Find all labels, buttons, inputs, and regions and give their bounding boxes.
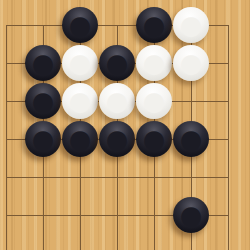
white-stone[interactable]: ● [62,45,98,81]
white-stone[interactable]: ● [173,45,209,81]
black-stone[interactable]: ● [25,83,61,119]
grid-line-vertical [6,25,7,250]
white-stone[interactable]: ● [173,7,209,43]
black-stone[interactable]: ● [62,121,98,157]
black-stone[interactable]: ● [136,7,172,43]
grid-line-horizontal [6,177,229,178]
black-stone[interactable]: ● [136,121,172,157]
black-stone[interactable]: ● [25,121,61,157]
black-stone[interactable]: ● [99,45,135,81]
grid-line-vertical [228,25,229,250]
white-stone[interactable]: ● [62,83,98,119]
white-stone[interactable]: ● [136,83,172,119]
black-stone[interactable]: ● [99,121,135,157]
black-stone[interactable]: ● [173,197,209,233]
go-board[interactable]: ●●●●●●●●●●●●●●●●●● [0,0,250,250]
black-stone[interactable]: ● [25,45,61,81]
white-stone[interactable]: ● [99,83,135,119]
black-stone[interactable]: ● [173,121,209,157]
white-stone[interactable]: ● [136,45,172,81]
black-stone[interactable]: ● [62,7,98,43]
